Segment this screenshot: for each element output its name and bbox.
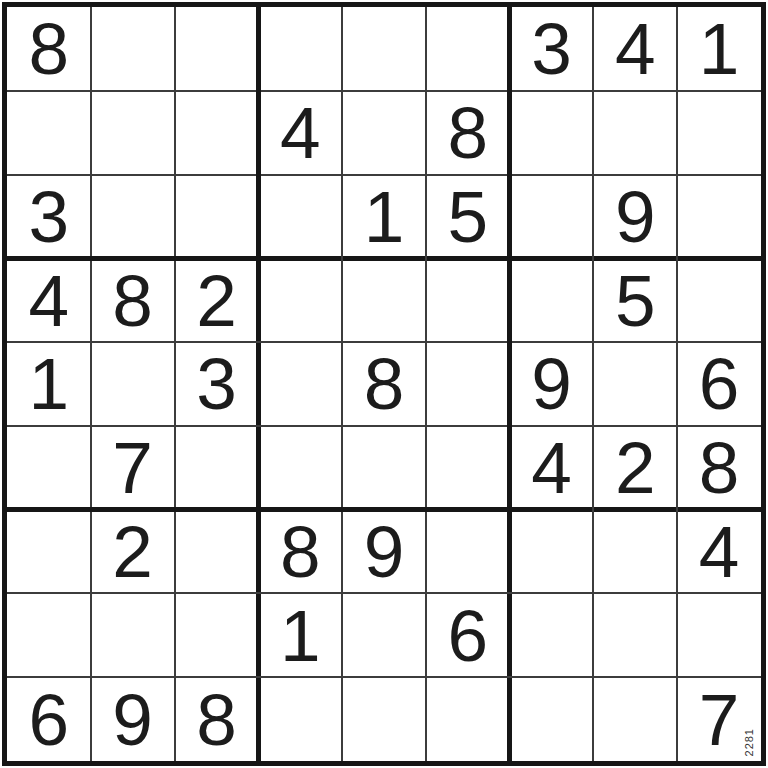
sudoku-cell-r5c7[interactable]: 9 bbox=[510, 342, 594, 426]
sudoku-cell-r6c6[interactable] bbox=[426, 426, 510, 510]
sudoku-cell-r6c3[interactable] bbox=[175, 426, 259, 510]
sudoku-cell-r6c4[interactable] bbox=[258, 426, 342, 510]
sudoku-cell-r4c8[interactable]: 5 bbox=[593, 258, 677, 342]
sudoku-cell-r3c2[interactable] bbox=[91, 175, 175, 259]
sudoku-cell-r2c2[interactable] bbox=[91, 91, 175, 175]
sudoku-cell-r8c4[interactable]: 1 bbox=[258, 593, 342, 677]
given-digit: 1 bbox=[29, 347, 70, 420]
sudoku-cell-r6c9[interactable]: 8 bbox=[677, 426, 761, 510]
sudoku-cell-r9c3[interactable]: 8 bbox=[175, 677, 259, 761]
sudoku-cell-r3c8[interactable]: 9 bbox=[593, 175, 677, 259]
sudoku-cell-r6c5[interactable] bbox=[342, 426, 426, 510]
given-digit: 8 bbox=[280, 515, 321, 588]
given-digit: 8 bbox=[447, 96, 488, 169]
sudoku-cell-r7c7[interactable] bbox=[510, 510, 594, 594]
sudoku-cell-r2c6[interactable]: 8 bbox=[426, 91, 510, 175]
given-digit: 3 bbox=[196, 347, 237, 420]
given-digit: 4 bbox=[29, 264, 70, 337]
sudoku-cell-r1c4[interactable] bbox=[258, 7, 342, 91]
sudoku-cell-r1c1[interactable]: 8 bbox=[7, 7, 91, 91]
sudoku-cell-r7c2[interactable]: 2 bbox=[91, 510, 175, 594]
sudoku-cell-r5c2[interactable] bbox=[91, 342, 175, 426]
sudoku-cell-r1c2[interactable] bbox=[91, 7, 175, 91]
given-digit: 9 bbox=[112, 683, 153, 756]
given-digit: 6 bbox=[447, 599, 488, 672]
given-digit: 7 bbox=[112, 431, 153, 504]
sudoku-cell-r8c3[interactable] bbox=[175, 593, 259, 677]
sudoku-cell-r4c4[interactable] bbox=[258, 258, 342, 342]
given-digit: 3 bbox=[29, 180, 70, 253]
given-digit: 1 bbox=[280, 599, 321, 672]
sudoku-cell-r4c3[interactable]: 2 bbox=[175, 258, 259, 342]
sudoku-cell-r5c8[interactable] bbox=[593, 342, 677, 426]
given-digit: 8 bbox=[364, 347, 405, 420]
given-digit: 2 bbox=[196, 264, 237, 337]
sudoku-cell-r8c7[interactable] bbox=[510, 593, 594, 677]
page: 2281 834148315948251389674282894166987 bbox=[0, 0, 768, 768]
sudoku-cell-r9c6[interactable] bbox=[426, 677, 510, 761]
sudoku-cell-r9c7[interactable] bbox=[510, 677, 594, 761]
given-digit: 8 bbox=[112, 264, 153, 337]
sudoku-cell-r8c8[interactable] bbox=[593, 593, 677, 677]
sudoku-cell-r3c6[interactable]: 5 bbox=[426, 175, 510, 259]
given-digit: 7 bbox=[699, 683, 740, 756]
sudoku-cell-r6c8[interactable]: 2 bbox=[593, 426, 677, 510]
sudoku-cell-r9c1[interactable]: 6 bbox=[7, 677, 91, 761]
sudoku-cell-r5c9[interactable]: 6 bbox=[677, 342, 761, 426]
given-digit: 8 bbox=[699, 431, 740, 504]
sudoku-cell-r3c9[interactable] bbox=[677, 175, 761, 259]
given-digit: 5 bbox=[615, 264, 656, 337]
sudoku-cell-r3c7[interactable] bbox=[510, 175, 594, 259]
given-digit: 6 bbox=[699, 347, 740, 420]
sudoku-cell-r5c3[interactable]: 3 bbox=[175, 342, 259, 426]
sudoku-cell-r2c5[interactable] bbox=[342, 91, 426, 175]
sudoku-cell-r2c9[interactable] bbox=[677, 91, 761, 175]
sudoku-cell-r8c2[interactable] bbox=[91, 593, 175, 677]
sudoku-cell-r1c3[interactable] bbox=[175, 7, 259, 91]
sudoku-cell-r3c5[interactable]: 1 bbox=[342, 175, 426, 259]
given-digit: 9 bbox=[531, 347, 572, 420]
given-digit: 6 bbox=[29, 683, 70, 756]
given-digit: 9 bbox=[364, 515, 405, 588]
sudoku-cell-r5c5[interactable]: 8 bbox=[342, 342, 426, 426]
sudoku-cell-r6c1[interactable] bbox=[7, 426, 91, 510]
sudoku-cell-r8c5[interactable] bbox=[342, 593, 426, 677]
puzzle-number-label: 2281 bbox=[743, 728, 755, 756]
sudoku-cell-r4c1[interactable]: 4 bbox=[7, 258, 91, 342]
given-digit: 2 bbox=[112, 515, 153, 588]
sudoku-cell-r2c1[interactable] bbox=[7, 91, 91, 175]
sudoku-cell-r5c4[interactable] bbox=[258, 342, 342, 426]
sudoku-cell-r7c9[interactable]: 4 bbox=[677, 510, 761, 594]
sudoku-cell-r4c9[interactable] bbox=[677, 258, 761, 342]
given-digit: 1 bbox=[364, 180, 405, 253]
sudoku-cell-r2c8[interactable] bbox=[593, 91, 677, 175]
sudoku-cell-r7c1[interactable] bbox=[7, 510, 91, 594]
sudoku-cell-r4c5[interactable] bbox=[342, 258, 426, 342]
sudoku-cell-r1c6[interactable] bbox=[426, 7, 510, 91]
sudoku-cell-r3c4[interactable] bbox=[258, 175, 342, 259]
sudoku-cell-r6c7[interactable]: 4 bbox=[510, 426, 594, 510]
sudoku-cell-r7c5[interactable]: 9 bbox=[342, 510, 426, 594]
sudoku-cell-r3c3[interactable] bbox=[175, 175, 259, 259]
sudoku-cell-r9c8[interactable] bbox=[593, 677, 677, 761]
given-digit: 4 bbox=[699, 515, 740, 588]
sudoku-cell-r2c3[interactable] bbox=[175, 91, 259, 175]
sudoku-cell-r7c3[interactable] bbox=[175, 510, 259, 594]
sudoku-cell-r7c6[interactable] bbox=[426, 510, 510, 594]
sudoku-cell-r3c1[interactable]: 3 bbox=[7, 175, 91, 259]
sudoku-cell-r1c9[interactable]: 1 bbox=[677, 7, 761, 91]
sudoku-cell-r1c5[interactable] bbox=[342, 7, 426, 91]
sudoku-cell-r9c5[interactable] bbox=[342, 677, 426, 761]
sudoku-cell-r8c9[interactable] bbox=[677, 593, 761, 677]
given-digit: 8 bbox=[29, 12, 70, 85]
sudoku-cell-r4c6[interactable] bbox=[426, 258, 510, 342]
sudoku-cell-r9c2[interactable]: 9 bbox=[91, 677, 175, 761]
sudoku-cell-r1c7[interactable]: 3 bbox=[510, 7, 594, 91]
given-digit: 8 bbox=[196, 683, 237, 756]
sudoku-cell-r7c8[interactable] bbox=[593, 510, 677, 594]
sudoku-cell-r5c1[interactable]: 1 bbox=[7, 342, 91, 426]
sudoku-cell-r8c6[interactable]: 6 bbox=[426, 593, 510, 677]
sudoku-cell-r9c4[interactable] bbox=[258, 677, 342, 761]
sudoku-cell-r4c7[interactable] bbox=[510, 258, 594, 342]
given-digit: 3 bbox=[531, 12, 572, 85]
sudoku-cell-r4c2[interactable]: 8 bbox=[91, 258, 175, 342]
sudoku-cell-r1c8[interactable]: 4 bbox=[593, 7, 677, 91]
given-digit: 4 bbox=[615, 12, 656, 85]
given-digit: 5 bbox=[447, 180, 488, 253]
sudoku-cell-r8c1[interactable] bbox=[7, 593, 91, 677]
sudoku-cell-r7c4[interactable]: 8 bbox=[258, 510, 342, 594]
given-digit: 2 bbox=[615, 431, 656, 504]
sudoku-cell-r2c7[interactable] bbox=[510, 91, 594, 175]
sudoku-cell-r5c6[interactable] bbox=[426, 342, 510, 426]
given-digit: 4 bbox=[280, 96, 321, 169]
given-digit: 4 bbox=[531, 431, 572, 504]
given-digit: 9 bbox=[615, 180, 656, 253]
given-digit: 1 bbox=[699, 12, 740, 85]
sudoku-cell-r2c4[interactable]: 4 bbox=[258, 91, 342, 175]
sudoku-board: 2281 834148315948251389674282894166987 bbox=[2, 2, 766, 766]
sudoku-cell-r6c2[interactable]: 7 bbox=[91, 426, 175, 510]
